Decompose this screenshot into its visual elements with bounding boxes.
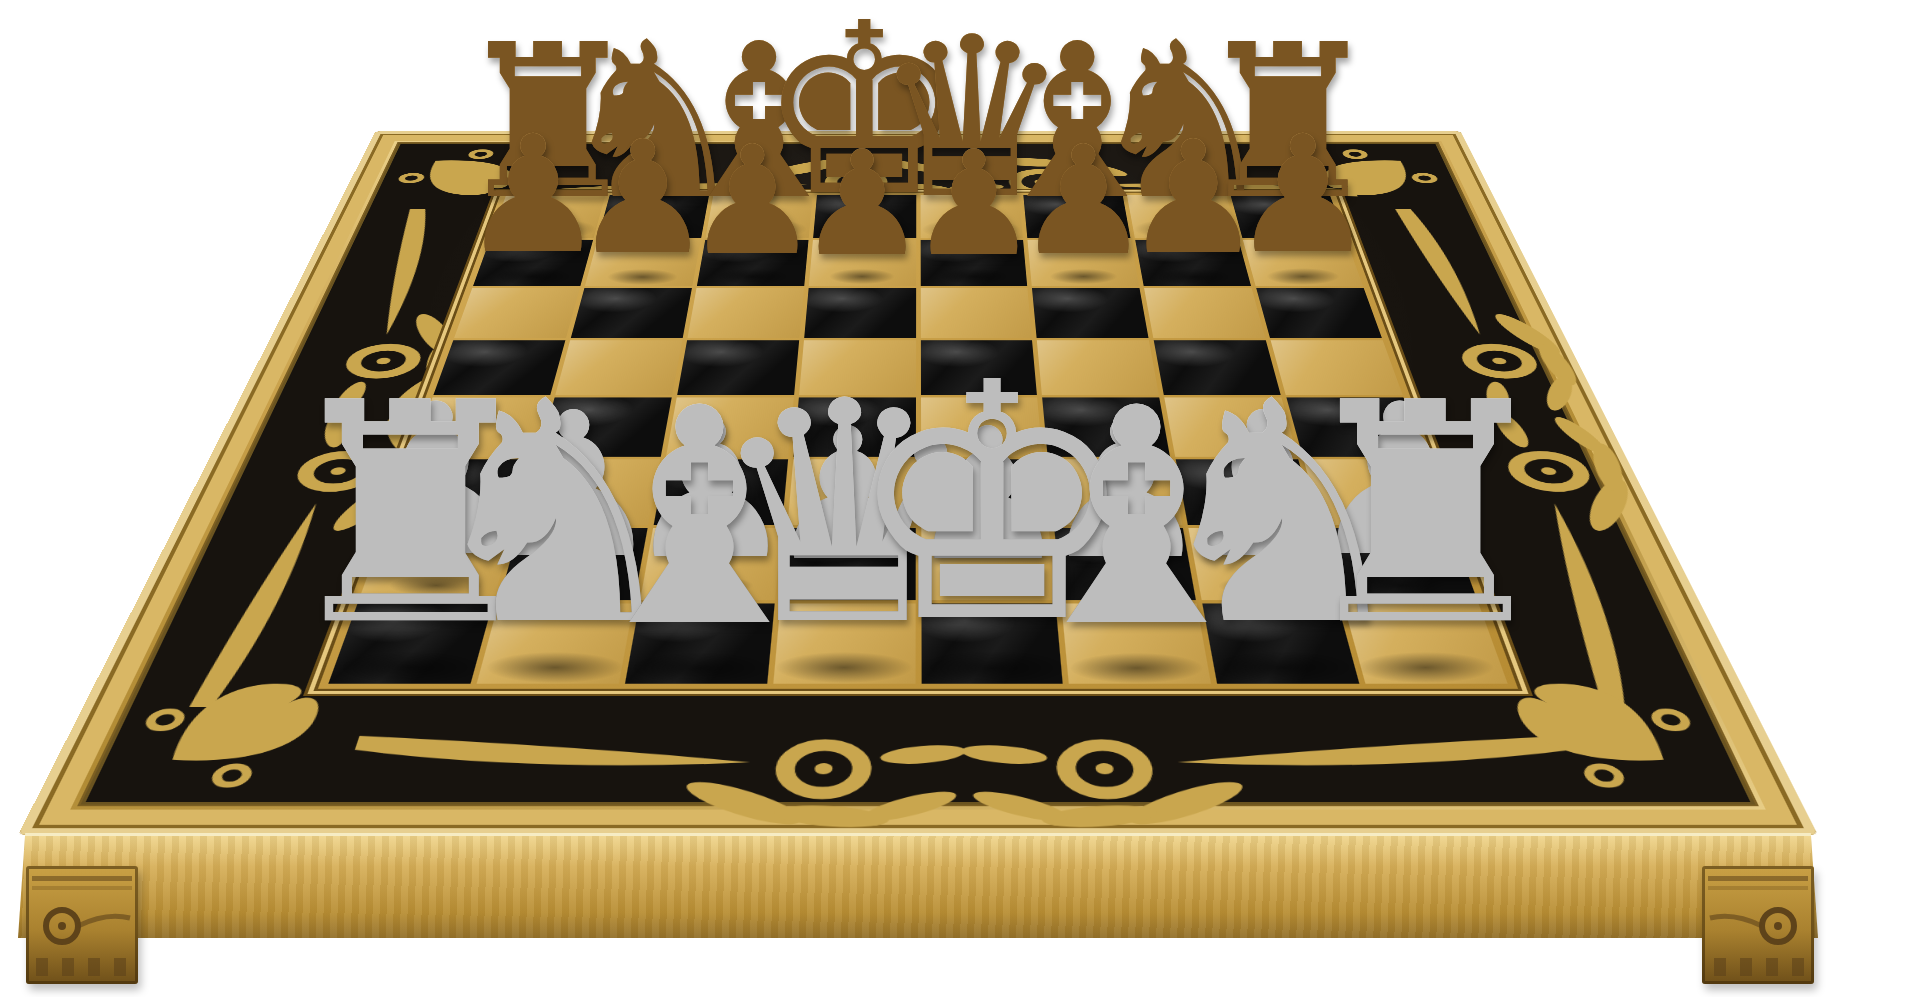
- square-c6[interactable]: [687, 288, 803, 338]
- square-a6[interactable]: [454, 288, 580, 338]
- ionic-foot-left: [26, 866, 138, 984]
- piece-bronze-pawn-d7[interactable]: ♟: [797, 132, 927, 277]
- square-h6[interactable]: [1256, 288, 1382, 338]
- piece-bronze-pawn-h7[interactable]: ♟: [1230, 115, 1375, 277]
- anthemion-ornament-bottom: [300, 721, 1632, 842]
- ionic-foot-right: [1702, 866, 1814, 984]
- square-b6[interactable]: [571, 288, 692, 338]
- square-g6[interactable]: [1144, 288, 1265, 338]
- photo-stage: ♜♞♝♚♛♝♞♜♟♟♟♟♟♟♟♟♟♟♟♟♟♟♟♟♜♞♝♛♚♝♞♜: [0, 0, 1920, 997]
- piece-silver-rook-h1[interactable]: ♜: [1289, 364, 1561, 668]
- board-front-rim: [18, 833, 1818, 938]
